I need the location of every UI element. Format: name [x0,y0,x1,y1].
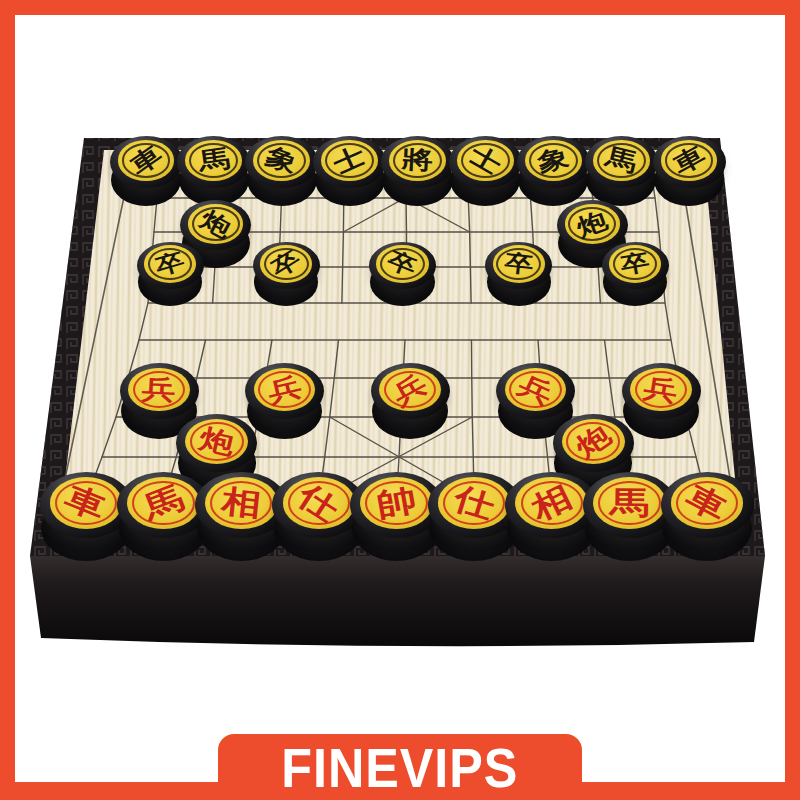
brand-banner: Finevips [218,734,582,800]
xiangqi-piece-black-soldier: 卒 [485,242,552,306]
xiangqi-piece-black-advisor: 士 [449,136,522,206]
brand-name: Finevips [281,735,518,798]
xiangqi-piece-black-soldier: 卒 [253,242,320,306]
xiangqi-piece-black-horse: 馬 [177,136,250,206]
xiangqi-piece-black-soldier: 卒 [137,242,204,306]
xiangqi-piece-black-chariot: 車 [653,136,726,206]
xiangqi-piece-black-general: 將 [381,136,454,206]
xiangqi-piece-black-chariot: 車 [110,136,183,206]
xiangqi-board-scene: 車馬象士將士象馬車炮炮卒卒卒卒卒兵兵兵兵兵炮炮車馬相仕帥仕相馬車 [0,0,800,800]
xiangqi-piece-black-soldier: 卒 [369,242,436,306]
xiangqi-piece-red-soldier: 兵 [371,363,450,439]
xiangqi-piece-black-horse: 馬 [585,136,658,206]
pieces-layer: 車馬象士將士象馬車炮炮卒卒卒卒卒兵兵兵兵兵炮炮車馬相仕帥仕相馬車 [0,0,800,800]
xiangqi-piece-black-advisor: 士 [313,136,386,206]
product-photo: 車馬象士將士象馬車炮炮卒卒卒卒卒兵兵兵兵兵炮炮車馬相仕帥仕相馬車 Finevip… [0,0,800,800]
xiangqi-piece-black-elephant: 象 [517,136,590,206]
xiangqi-piece-black-elephant: 象 [245,136,318,206]
xiangqi-piece-red-chariot: 車 [661,472,754,561]
xiangqi-piece-black-soldier: 卒 [602,242,669,306]
